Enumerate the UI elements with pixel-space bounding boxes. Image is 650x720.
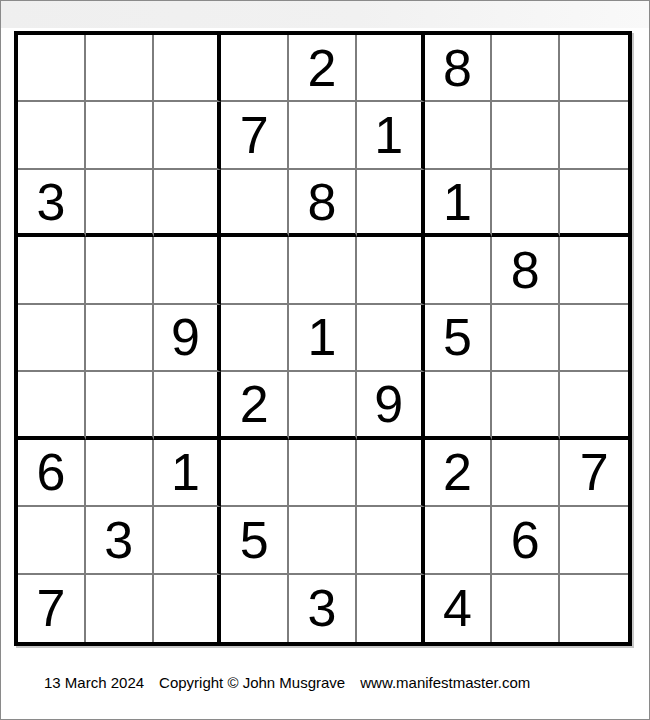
cell-r6c4: 2: [221, 372, 289, 439]
cell-r4c7: [425, 237, 493, 304]
cell-r8c2: 3: [86, 507, 154, 574]
cell-r6c8: [492, 372, 560, 439]
cell-r5c9: [560, 305, 628, 372]
cell-r3c2: [86, 170, 154, 237]
cell-r4c3: [154, 237, 222, 304]
cell-r1c3: [154, 35, 222, 102]
cell-r6c5: [289, 372, 357, 439]
cell-r2c8: [492, 102, 560, 169]
cell-r5c1: [18, 305, 86, 372]
cell-r7c2: [86, 440, 154, 507]
cell-r5c2: [86, 305, 154, 372]
footer-copyright: Copyright © John Musgrave: [159, 674, 345, 691]
cell-r1c8: [492, 35, 560, 102]
cell-r2c4: 7: [221, 102, 289, 169]
cell-r4c2: [86, 237, 154, 304]
cell-r3c8: [492, 170, 560, 237]
cell-r4c6: [357, 237, 425, 304]
cell-r4c4: [221, 237, 289, 304]
cell-r9c6: [357, 575, 425, 642]
cell-r4c5: [289, 237, 357, 304]
cell-r8c8: 6: [492, 507, 560, 574]
cell-r7c8: [492, 440, 560, 507]
cell-r3c4: [221, 170, 289, 237]
cell-r8c3: [154, 507, 222, 574]
cell-r1c7: 8: [425, 35, 493, 102]
cell-r2c1: [18, 102, 86, 169]
cell-r5c3: 9: [154, 305, 222, 372]
footer-website: www.manifestmaster.com: [360, 674, 530, 691]
cell-r4c1: [18, 237, 86, 304]
cell-r9c4: [221, 575, 289, 642]
cell-r8c6: [357, 507, 425, 574]
cell-r9c2: [86, 575, 154, 642]
cell-r9c5: 3: [289, 575, 357, 642]
cell-r9c7: 4: [425, 575, 493, 642]
cell-r6c3: [154, 372, 222, 439]
cell-r5c6: [357, 305, 425, 372]
cell-r1c1: [18, 35, 86, 102]
cell-r7c1: 6: [18, 440, 86, 507]
cell-r7c9: 7: [560, 440, 628, 507]
footer-date: 13 March 2024: [44, 674, 144, 691]
cell-r6c6: 9: [357, 372, 425, 439]
cell-r6c2: [86, 372, 154, 439]
cell-r4c8: 8: [492, 237, 560, 304]
cell-r8c5: [289, 507, 357, 574]
cell-r2c7: [425, 102, 493, 169]
cell-r6c7: [425, 372, 493, 439]
cell-r1c9: [560, 35, 628, 102]
cell-r7c6: [357, 440, 425, 507]
cell-r3c3: [154, 170, 222, 237]
cell-r7c4: [221, 440, 289, 507]
cell-r4c9: [560, 237, 628, 304]
cell-r3c9: [560, 170, 628, 237]
cell-r1c6: [357, 35, 425, 102]
cell-r3c5: 8: [289, 170, 357, 237]
cell-r2c5: [289, 102, 357, 169]
cell-r7c7: 2: [425, 440, 493, 507]
sudoku-board: 28713818915296127356734: [14, 31, 632, 646]
cell-r1c4: [221, 35, 289, 102]
cell-r8c7: [425, 507, 493, 574]
cell-r5c7: 5: [425, 305, 493, 372]
cell-r8c1: [18, 507, 86, 574]
cell-r5c5: 1: [289, 305, 357, 372]
cell-r6c1: [18, 372, 86, 439]
cell-r9c9: [560, 575, 628, 642]
cell-r5c8: [492, 305, 560, 372]
cell-r8c9: [560, 507, 628, 574]
cell-r8c4: 5: [221, 507, 289, 574]
cell-r7c5: [289, 440, 357, 507]
cell-r2c9: [560, 102, 628, 169]
cell-r9c1: 7: [18, 575, 86, 642]
cell-r3c6: [357, 170, 425, 237]
cell-r5c4: [221, 305, 289, 372]
top-strip: [1, 1, 649, 28]
cell-r2c3: [154, 102, 222, 169]
cell-r1c2: [86, 35, 154, 102]
footer: 13 March 2024 Copyright © John Musgrave …: [44, 674, 530, 691]
cell-r9c3: [154, 575, 222, 642]
cell-r2c2: [86, 102, 154, 169]
cell-r3c7: 1: [425, 170, 493, 237]
cell-r7c3: 1: [154, 440, 222, 507]
cell-r6c9: [560, 372, 628, 439]
cell-r2c6: 1: [357, 102, 425, 169]
cell-r1c5: 2: [289, 35, 357, 102]
cell-r9c8: [492, 575, 560, 642]
cell-r3c1: 3: [18, 170, 86, 237]
puzzle-page: 28713818915296127356734 13 March 2024 Co…: [0, 0, 650, 720]
